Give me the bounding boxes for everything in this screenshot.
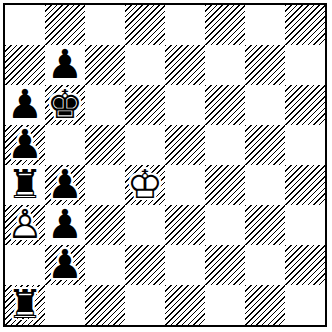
chess-diagram: ♟♟♟♟♚♚♟♟♜♜♟♟♚♔♟♙♟♟♟♟♜♜ xyxy=(0,0,332,332)
square-d7[interactable] xyxy=(125,45,165,85)
black-king: ♚♚ xyxy=(45,85,85,125)
square-a6[interactable]: ♟♟ xyxy=(5,85,45,125)
square-g3[interactable] xyxy=(245,205,285,245)
square-a3[interactable]: ♟♙ xyxy=(5,205,45,245)
square-d6[interactable] xyxy=(125,85,165,125)
square-d3[interactable] xyxy=(125,205,165,245)
square-c4[interactable] xyxy=(85,165,125,205)
square-d5[interactable] xyxy=(125,125,165,165)
square-g6[interactable] xyxy=(245,85,285,125)
square-h6[interactable] xyxy=(285,85,325,125)
square-f2[interactable] xyxy=(205,245,245,285)
square-b6[interactable]: ♚♚ xyxy=(45,85,85,125)
black-pawn-glyph: ♟ xyxy=(47,164,83,204)
square-g4[interactable] xyxy=(245,165,285,205)
square-b4[interactable]: ♟♟ xyxy=(45,165,85,205)
square-c6[interactable] xyxy=(85,85,125,125)
black-pawn-glyph: ♟ xyxy=(7,84,43,124)
square-a4[interactable]: ♜♜ xyxy=(5,165,45,205)
square-e6[interactable] xyxy=(165,85,205,125)
black-pawn: ♟♟ xyxy=(5,125,45,165)
black-pawn-halo: ♟ xyxy=(47,44,83,84)
square-b5[interactable] xyxy=(45,125,85,165)
square-h5[interactable] xyxy=(285,125,325,165)
square-g2[interactable] xyxy=(245,245,285,285)
white-pawn-glyph: ♙ xyxy=(7,204,43,244)
black-pawn: ♟♟ xyxy=(45,45,85,85)
square-e2[interactable] xyxy=(165,245,205,285)
square-h1[interactable] xyxy=(285,285,325,325)
square-f1[interactable] xyxy=(205,285,245,325)
black-pawn: ♟♟ xyxy=(45,205,85,245)
square-d1[interactable] xyxy=(125,285,165,325)
square-a2[interactable] xyxy=(5,245,45,285)
black-pawn-glyph: ♟ xyxy=(47,44,83,84)
square-c7[interactable] xyxy=(85,45,125,85)
black-pawn-halo: ♟ xyxy=(47,244,83,284)
square-h8[interactable] xyxy=(285,5,325,45)
square-d2[interactable] xyxy=(125,245,165,285)
black-pawn-halo: ♟ xyxy=(7,84,43,124)
square-g5[interactable] xyxy=(245,125,285,165)
black-rook: ♜♜ xyxy=(5,165,45,205)
square-g7[interactable] xyxy=(245,45,285,85)
white-king: ♚♔ xyxy=(125,165,165,205)
square-a1[interactable]: ♜♜ xyxy=(5,285,45,325)
chess-board: ♟♟♟♟♚♚♟♟♜♜♟♟♚♔♟♙♟♟♟♟♜♜ xyxy=(5,5,325,325)
square-c5[interactable] xyxy=(85,125,125,165)
square-d4[interactable]: ♚♔ xyxy=(125,165,165,205)
square-g1[interactable] xyxy=(245,285,285,325)
square-c8[interactable] xyxy=(85,5,125,45)
square-b7[interactable]: ♟♟ xyxy=(45,45,85,85)
square-b2[interactable]: ♟♟ xyxy=(45,245,85,285)
square-f7[interactable] xyxy=(205,45,245,85)
square-a7[interactable] xyxy=(5,45,45,85)
black-pawn-halo: ♟ xyxy=(47,204,83,244)
square-b3[interactable]: ♟♟ xyxy=(45,205,85,245)
square-a8[interactable] xyxy=(5,5,45,45)
black-pawn-halo: ♟ xyxy=(7,124,43,164)
square-h7[interactable] xyxy=(285,45,325,85)
square-h3[interactable] xyxy=(285,205,325,245)
square-f4[interactable] xyxy=(205,165,245,205)
black-rook-halo: ♜ xyxy=(7,284,43,324)
square-f3[interactable] xyxy=(205,205,245,245)
square-c2[interactable] xyxy=(85,245,125,285)
black-pawn-glyph: ♟ xyxy=(47,204,83,244)
square-e7[interactable] xyxy=(165,45,205,85)
square-f6[interactable] xyxy=(205,85,245,125)
white-king-halo: ♚ xyxy=(127,164,163,204)
black-pawn-glyph: ♟ xyxy=(47,244,83,284)
square-e3[interactable] xyxy=(165,205,205,245)
square-b1[interactable] xyxy=(45,285,85,325)
black-king-halo: ♚ xyxy=(47,84,83,124)
square-c3[interactable] xyxy=(85,205,125,245)
black-king-glyph: ♚ xyxy=(47,84,83,124)
black-rook: ♜♜ xyxy=(5,285,45,325)
square-e4[interactable] xyxy=(165,165,205,205)
white-pawn: ♟♙ xyxy=(5,205,45,245)
square-f5[interactable] xyxy=(205,125,245,165)
square-a5[interactable]: ♟♟ xyxy=(5,125,45,165)
square-d8[interactable] xyxy=(125,5,165,45)
square-h2[interactable] xyxy=(285,245,325,285)
square-e5[interactable] xyxy=(165,125,205,165)
white-pawn-halo: ♟ xyxy=(7,204,43,244)
black-pawn: ♟♟ xyxy=(5,85,45,125)
square-b8[interactable] xyxy=(45,5,85,45)
black-rook-glyph: ♜ xyxy=(7,284,43,324)
square-g8[interactable] xyxy=(245,5,285,45)
square-h4[interactable] xyxy=(285,165,325,205)
square-c1[interactable] xyxy=(85,285,125,325)
black-rook-glyph: ♜ xyxy=(7,164,43,204)
black-pawn-halo: ♟ xyxy=(47,164,83,204)
board-frame: ♟♟♟♟♚♚♟♟♜♜♟♟♚♔♟♙♟♟♟♟♜♜ xyxy=(3,3,327,327)
black-pawn-glyph: ♟ xyxy=(7,124,43,164)
white-king-glyph: ♔ xyxy=(127,164,163,204)
square-f8[interactable] xyxy=(205,5,245,45)
black-pawn: ♟♟ xyxy=(45,165,85,205)
black-pawn: ♟♟ xyxy=(45,245,85,285)
black-rook-halo: ♜ xyxy=(7,164,43,204)
square-e1[interactable] xyxy=(165,285,205,325)
square-e8[interactable] xyxy=(165,5,205,45)
